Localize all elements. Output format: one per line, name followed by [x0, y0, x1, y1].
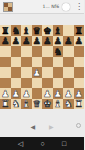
chess-board: ♜♞♝♛♚♝♜♟♟♟♟♟♟♟♟♞♟♟♟♟♟♟♟♟♜♞♝♛♚♝♞♜ [0, 25, 84, 109]
square-c8[interactable]: ♝ [21, 25, 32, 36]
move-text: 1... Nf6 [43, 4, 59, 9]
square-b4[interactable] [11, 67, 22, 78]
black-knight: ♞ [53, 47, 62, 57]
square-f4[interactable] [53, 67, 64, 78]
square-b2[interactable]: ♟ [11, 88, 22, 99]
square-b5[interactable] [11, 57, 22, 68]
square-e8[interactable]: ♚ [42, 25, 53, 36]
white-knight: ♞ [64, 99, 73, 109]
square-e7[interactable]: ♟ [42, 36, 53, 47]
square-f8[interactable]: ♝ [53, 25, 64, 36]
black-bishop: ♝ [53, 26, 62, 36]
square-e6[interactable] [42, 46, 53, 57]
square-a6[interactable] [0, 46, 11, 57]
square-h8[interactable]: ♜ [74, 25, 85, 36]
white-rook: ♜ [1, 99, 10, 109]
square-f1[interactable]: ♝ [53, 99, 64, 110]
square-c7[interactable]: ♟ [21, 36, 32, 47]
android-nav-bar: ◁ ○ □ [0, 137, 84, 150]
square-a7[interactable]: ♟ [0, 36, 11, 47]
app-bar: 1... Nf6 ⋮ [0, 0, 84, 14]
square-b1[interactable]: ♞ [11, 99, 22, 110]
square-h5[interactable] [74, 57, 85, 68]
white-queen: ♛ [32, 99, 41, 109]
white-pawn: ♟ [53, 89, 62, 99]
square-f3[interactable] [53, 78, 64, 89]
black-pawn: ♟ [22, 36, 31, 46]
square-g3[interactable] [63, 78, 74, 89]
square-h4[interactable] [74, 67, 85, 78]
square-a4[interactable] [0, 67, 11, 78]
black-pawn: ♟ [64, 36, 73, 46]
square-b7[interactable]: ♟ [11, 36, 22, 47]
white-pawn: ♟ [43, 89, 52, 99]
black-knight: ♞ [11, 26, 20, 36]
square-g8[interactable] [63, 25, 74, 36]
black-queen: ♛ [32, 26, 41, 36]
square-c4[interactable] [21, 67, 32, 78]
square-d7[interactable]: ♟ [32, 36, 43, 47]
white-bishop: ♝ [22, 99, 31, 109]
white-rook: ♜ [74, 99, 83, 109]
square-h3[interactable] [74, 78, 85, 89]
overflow-menu-icon[interactable]: ⋮ [75, 0, 83, 13]
square-g7[interactable]: ♟ [63, 36, 74, 47]
white-bishop: ♝ [53, 99, 62, 109]
square-e3[interactable] [42, 78, 53, 89]
black-pawn: ♟ [53, 36, 62, 46]
square-f6[interactable]: ♞ [53, 46, 64, 57]
nav-back-icon[interactable]: ◁ [18, 140, 23, 147]
black-rook: ♜ [74, 26, 83, 36]
square-e4[interactable] [42, 67, 53, 78]
app-icon [3, 2, 13, 12]
square-a3[interactable] [0, 78, 11, 89]
square-g5[interactable] [63, 57, 74, 68]
square-c5[interactable] [21, 57, 32, 68]
black-bishop: ♝ [22, 26, 31, 36]
black-pawn: ♟ [43, 36, 52, 46]
square-f7[interactable]: ♟ [53, 36, 64, 47]
square-d8[interactable]: ♛ [32, 25, 43, 36]
square-a5[interactable] [0, 57, 11, 68]
square-d4[interactable]: ♟ [32, 67, 43, 78]
square-h2[interactable]: ♟ [74, 88, 85, 99]
square-d2[interactable] [32, 88, 43, 99]
white-pawn: ♟ [64, 89, 73, 99]
square-e5[interactable] [42, 57, 53, 68]
square-h6[interactable] [74, 46, 85, 57]
white-king: ♚ [43, 99, 52, 109]
square-a8[interactable]: ♜ [0, 25, 11, 36]
black-king: ♚ [43, 26, 52, 36]
white-pawn: ♟ [74, 89, 83, 99]
square-f5[interactable] [53, 57, 64, 68]
white-pawn: ♟ [22, 89, 31, 99]
square-g4[interactable] [63, 67, 74, 78]
square-d3[interactable] [32, 78, 43, 89]
white-pawn: ♟ [11, 89, 20, 99]
square-f2[interactable]: ♟ [53, 88, 64, 99]
square-h1[interactable]: ♜ [74, 99, 85, 110]
white-pawn: ♟ [32, 68, 41, 78]
white-knight: ♞ [11, 99, 20, 109]
square-d1[interactable]: ♛ [32, 99, 43, 110]
black-pawn: ♟ [1, 36, 10, 46]
square-g1[interactable]: ♞ [63, 99, 74, 110]
square-b6[interactable] [11, 46, 22, 57]
square-c6[interactable] [21, 46, 32, 57]
white-turn-indicator-icon [62, 3, 70, 11]
black-rook: ♜ [1, 26, 10, 36]
square-a2[interactable]: ♟ [0, 88, 11, 99]
circle-icon[interactable] [76, 123, 81, 128]
square-a1[interactable]: ♜ [0, 99, 11, 110]
square-b8[interactable]: ♞ [11, 25, 22, 36]
black-pawn: ♟ [74, 36, 83, 46]
nav-recents-icon[interactable]: □ [62, 140, 66, 147]
black-pawn: ♟ [11, 36, 20, 46]
square-c2[interactable]: ♟ [21, 88, 32, 99]
square-d6[interactable] [32, 46, 43, 57]
playback-controls: ◀ ▶ [0, 120, 84, 133]
nav-home-icon[interactable]: ○ [40, 140, 44, 147]
square-h7[interactable]: ♟ [74, 36, 85, 47]
square-e2[interactable]: ♟ [42, 88, 53, 99]
square-g6[interactable] [63, 46, 74, 57]
square-g2[interactable]: ♟ [63, 88, 74, 99]
forward-move-button[interactable]: ▶ [49, 124, 54, 130]
square-c1[interactable]: ♝ [21, 99, 32, 110]
square-e1[interactable]: ♚ [42, 99, 53, 110]
black-pawn: ♟ [32, 36, 41, 46]
square-c3[interactable] [21, 78, 32, 89]
square-b3[interactable] [11, 78, 22, 89]
back-move-button[interactable]: ◀ [30, 124, 35, 130]
white-pawn: ♟ [1, 89, 10, 99]
square-d5[interactable] [32, 57, 43, 68]
